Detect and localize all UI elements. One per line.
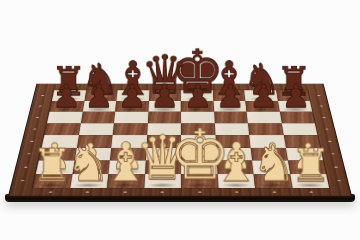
black-pawn-h7[interactable]: ♟ <box>260 81 332 112</box>
file-marker-bottom-a: a <box>48 191 52 193</box>
square-g1[interactable]: ♞ <box>254 174 293 188</box>
rank-marker-right-6: 6 <box>322 117 326 118</box>
file-marker-bottom-e: e <box>198 191 202 193</box>
file-marker-bottom-h: h <box>309 191 313 193</box>
file-marker-bottom-f: f <box>235 191 239 193</box>
white-king-e1[interactable]: ♚ <box>159 122 241 188</box>
white-knight-b1[interactable]: ♞ <box>48 141 130 188</box>
file-marker-bottom-g: g <box>272 191 276 193</box>
board-frame: ♜♞♝♛♚♝♞♜♟♟♟♟♟♟♟♟♟♟♟♟♟♟♟♟♜♞♝♛♚♝♞♜ 8877665… <box>8 84 352 196</box>
square-e1[interactable]: ♚ <box>181 174 218 188</box>
white-knight-g1[interactable]: ♞ <box>233 141 315 188</box>
square-h6[interactable] <box>279 112 314 123</box>
square-a6[interactable] <box>47 112 82 123</box>
square-a5[interactable] <box>44 123 80 135</box>
rank-marker-left-6: 6 <box>36 117 40 118</box>
square-b1[interactable]: ♞ <box>70 174 109 188</box>
square-h5[interactable] <box>281 123 317 135</box>
file-marker-bottom-c: c <box>123 191 127 193</box>
rank-marker-right-5: 5 <box>325 129 329 130</box>
chess-board: ♜♞♝♛♚♝♞♜♟♟♟♟♟♟♟♟♟♟♟♟♟♟♟♟♜♞♝♛♚♝♞♜ <box>33 90 329 188</box>
square-g6[interactable] <box>247 112 282 123</box>
file-marker-bottom-b: b <box>86 191 90 193</box>
file-marker-bottom-d: d <box>160 191 164 193</box>
square-h7[interactable]: ♟ <box>278 101 313 112</box>
rank-marker-left-5: 5 <box>33 129 37 130</box>
chessboard-photo: ♜♞♝♛♚♝♞♜♟♟♟♟♟♟♟♟♟♟♟♟♟♟♟♟♜♞♝♛♚♝♞♜ 8877665… <box>0 0 360 240</box>
square-b6[interactable] <box>80 112 115 123</box>
